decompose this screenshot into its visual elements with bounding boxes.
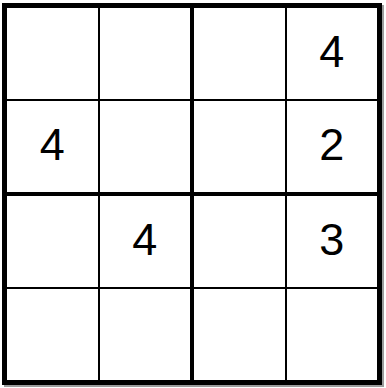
cell-r1c2[interactable] (100, 8, 191, 99)
box-top-left: 4 (7, 8, 190, 192)
cell-r4c3[interactable] (194, 289, 285, 380)
cell-r4c4[interactable] (287, 289, 378, 380)
cell-r3c3[interactable] (194, 196, 285, 287)
cell-r3c4[interactable]: 3 (287, 196, 378, 287)
cell-r2c1[interactable]: 4 (7, 101, 98, 192)
cell-r4c1[interactable] (7, 289, 98, 380)
cell-r3c1[interactable] (7, 196, 98, 287)
box-bottom-left: 4 (7, 196, 190, 380)
sudoku-board: 4 4 2 4 3 (2, 3, 382, 385)
cell-r1c1[interactable] (7, 8, 98, 99)
box-bottom-right: 3 (194, 196, 377, 380)
cell-r3c2[interactable]: 4 (100, 196, 191, 287)
cell-r2c2[interactable] (100, 101, 191, 192)
box-top-right: 4 2 (194, 8, 377, 192)
cell-r1c3[interactable] (194, 8, 285, 99)
cell-r2c3[interactable] (194, 101, 285, 192)
cell-r2c4[interactable]: 2 (287, 101, 378, 192)
cell-r1c4[interactable]: 4 (287, 8, 378, 99)
cell-r4c2[interactable] (100, 289, 191, 380)
